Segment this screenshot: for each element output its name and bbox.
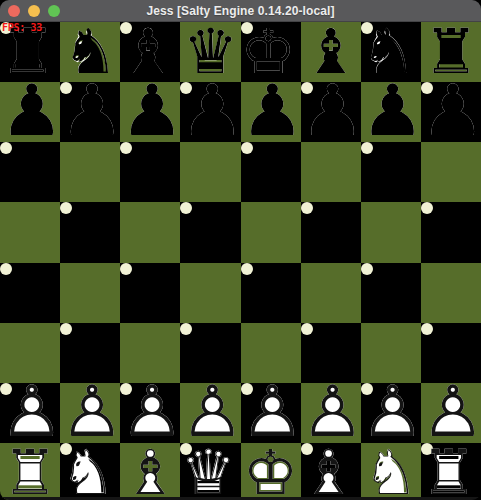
white-rook-outline-icon: ♖ (421, 443, 433, 455)
square-h3[interactable] (421, 323, 433, 335)
black-king-icon: ♚ (241, 22, 253, 34)
piece-white-knight: ♞♘ (361, 443, 421, 500)
black-king-outline-icon: ♔ (241, 22, 253, 34)
black-pawn-outline-icon: ♙ (301, 82, 313, 94)
white-bishop-icon: ♝ (120, 443, 180, 500)
white-pawn-outline-icon: ♙ (60, 383, 120, 443)
square-d8[interactable]: ♕♛ (180, 22, 240, 82)
square-a4[interactable] (0, 263, 12, 275)
window-title: Jess [Salty Engine 0.14.20-local] (0, 4, 481, 18)
piece-white-pawn: ♟♙ (241, 383, 253, 395)
square-d1[interactable]: ♛♕ (180, 443, 192, 455)
square-b4[interactable] (60, 263, 120, 323)
square-f2[interactable]: ♟♙ (301, 383, 361, 443)
square-e1[interactable]: ♚♔ (241, 443, 301, 500)
white-knight-icon: ♞ (60, 443, 72, 455)
square-c5[interactable] (120, 202, 180, 262)
fps-counter: FPS: 33 (2, 22, 42, 33)
square-d3[interactable] (180, 323, 192, 335)
square-g1[interactable]: ♞♘ (361, 443, 421, 500)
square-b2[interactable]: ♟♙ (60, 383, 120, 443)
square-d2[interactable]: ♟♙ (180, 383, 240, 443)
piece-white-pawn: ♟♙ (421, 383, 481, 443)
white-pawn-outline-icon: ♙ (361, 383, 373, 395)
white-knight-icon: ♞ (361, 443, 421, 500)
piece-white-pawn: ♟♙ (120, 383, 132, 395)
square-f8[interactable]: ♗♝ (301, 22, 361, 82)
piece-black-pawn: ♙♟ (60, 82, 72, 94)
square-d7[interactable]: ♙♟ (180, 82, 192, 94)
square-h5[interactable] (421, 202, 433, 214)
white-rook-outline-icon: ♖ (0, 443, 60, 500)
chess-board: ♖♜♘♞♗♝♕♛♔♚♗♝♘♞♖♜♙♟♙♟♙♟♙♟♙♟♙♟♙♟♙♟♟♙♟♙♟♙♟♙… (0, 22, 481, 500)
square-e2[interactable]: ♟♙ (241, 383, 253, 395)
black-pawn-icon: ♟ (180, 82, 192, 94)
app-window: Jess [Salty Engine 0.14.20-local] ♖♜♘♞♗♝… (0, 0, 481, 500)
square-g7[interactable]: ♙♟ (361, 82, 421, 142)
black-pawn-outline-icon: ♙ (60, 82, 72, 94)
piece-black-pawn: ♙♟ (0, 82, 60, 142)
white-pawn-icon: ♟ (301, 383, 361, 443)
piece-white-bishop: ♝♗ (120, 443, 180, 500)
black-pawn-icon: ♟ (301, 82, 313, 94)
piece-black-pawn: ♙♟ (361, 82, 421, 142)
black-bishop-outline-icon: ♗ (120, 22, 132, 34)
black-knight-icon: ♞ (361, 22, 373, 34)
piece-white-queen: ♛♕ (180, 443, 192, 455)
square-e3[interactable] (241, 323, 301, 383)
black-pawn-icon: ♟ (361, 82, 421, 142)
square-h1[interactable]: ♜♖ (421, 443, 433, 455)
square-g8[interactable]: ♘♞ (361, 22, 373, 34)
square-b3[interactable] (60, 323, 72, 335)
white-pawn-icon: ♟ (421, 383, 481, 443)
piece-white-pawn: ♟♙ (301, 383, 361, 443)
piece-white-pawn: ♟♙ (0, 383, 12, 395)
square-a5[interactable] (0, 202, 60, 262)
square-c1[interactable]: ♝♗ (120, 443, 180, 500)
white-pawn-outline-icon: ♙ (180, 383, 240, 443)
square-e8[interactable]: ♔♚ (241, 22, 253, 34)
square-c3[interactable] (120, 323, 180, 383)
black-pawn-outline-icon: ♙ (361, 82, 421, 142)
white-bishop-outline-icon: ♗ (120, 443, 180, 500)
square-c6[interactable] (120, 142, 132, 154)
piece-black-bishop: ♗♝ (120, 22, 132, 34)
square-g3[interactable] (361, 323, 421, 383)
white-pawn-outline-icon: ♙ (0, 383, 12, 395)
piece-white-pawn: ♟♙ (361, 383, 373, 395)
black-knight-outline-icon: ♘ (361, 22, 373, 34)
square-h2[interactable]: ♟♙ (421, 383, 481, 443)
white-pawn-icon: ♟ (60, 383, 120, 443)
piece-black-knight: ♘♞ (361, 22, 373, 34)
white-rook-icon: ♜ (421, 443, 433, 455)
title-bar[interactable]: Jess [Salty Engine 0.14.20-local] (0, 0, 481, 22)
white-pawn-icon: ♟ (241, 383, 253, 395)
square-a7[interactable]: ♙♟ (0, 82, 60, 142)
piece-black-pawn: ♙♟ (241, 82, 301, 142)
white-pawn-outline-icon: ♙ (301, 383, 361, 443)
black-bishop-icon: ♝ (120, 22, 132, 34)
black-knight-icon: ♞ (60, 22, 120, 82)
square-h6[interactable] (421, 142, 481, 202)
square-d6[interactable] (180, 142, 240, 202)
square-f3[interactable] (301, 323, 313, 335)
square-g5[interactable] (361, 202, 421, 262)
square-a1[interactable]: ♜♖ (0, 443, 60, 500)
piece-white-king: ♚♔ (241, 443, 301, 500)
square-g4[interactable] (361, 263, 373, 275)
square-e5[interactable] (241, 202, 301, 262)
square-a2[interactable]: ♟♙ (0, 383, 12, 395)
black-rook-outline-icon: ♖ (421, 22, 481, 82)
black-bishop-outline-icon: ♗ (301, 22, 361, 82)
white-pawn-icon: ♟ (361, 383, 373, 395)
square-b6[interactable] (60, 142, 120, 202)
piece-white-rook: ♜♖ (421, 443, 433, 455)
white-pawn-icon: ♟ (0, 383, 12, 395)
white-bishop-icon: ♝ (301, 443, 313, 455)
piece-black-rook: ♖♜ (421, 22, 481, 82)
piece-white-bishop: ♝♗ (301, 443, 313, 455)
black-pawn-icon: ♟ (120, 82, 180, 142)
square-f5[interactable] (301, 202, 313, 214)
square-c7[interactable]: ♙♟ (120, 82, 180, 142)
black-pawn-outline-icon: ♙ (120, 82, 180, 142)
piece-black-queen: ♕♛ (180, 22, 240, 82)
square-b7[interactable]: ♙♟ (60, 82, 72, 94)
piece-white-knight: ♞♘ (60, 443, 72, 455)
piece-white-pawn: ♟♙ (180, 383, 240, 443)
black-queen-outline-icon: ♕ (180, 22, 240, 82)
piece-white-pawn: ♟♙ (60, 383, 120, 443)
white-pawn-icon: ♟ (180, 383, 240, 443)
square-h8[interactable]: ♖♜ (421, 22, 481, 82)
black-pawn-outline-icon: ♙ (421, 82, 433, 94)
white-king-icon: ♚ (241, 443, 301, 500)
square-f7[interactable]: ♙♟ (301, 82, 313, 94)
square-g2[interactable]: ♟♙ (361, 383, 373, 395)
piece-black-knight: ♘♞ (60, 22, 120, 82)
black-pawn-icon: ♟ (60, 82, 72, 94)
square-b8[interactable]: ♘♞ (60, 22, 120, 82)
black-pawn-icon: ♟ (241, 82, 301, 142)
square-h7[interactable]: ♙♟ (421, 82, 433, 94)
square-e7[interactable]: ♙♟ (241, 82, 301, 142)
piece-black-pawn: ♙♟ (421, 82, 433, 94)
white-knight-outline-icon: ♘ (361, 443, 421, 500)
white-pawn-outline-icon: ♙ (421, 383, 481, 443)
square-d5[interactable] (180, 202, 192, 214)
white-knight-outline-icon: ♘ (60, 443, 72, 455)
white-queen-icon: ♛ (180, 443, 192, 455)
traffic-lights (8, 0, 60, 22)
white-bishop-outline-icon: ♗ (301, 443, 313, 455)
square-e6[interactable] (241, 142, 253, 154)
piece-black-king: ♔♚ (241, 22, 253, 34)
white-queen-outline-icon: ♕ (180, 443, 192, 455)
square-a3[interactable] (0, 323, 60, 383)
square-c8[interactable]: ♗♝ (120, 22, 132, 34)
black-knight-outline-icon: ♘ (60, 22, 120, 82)
black-pawn-outline-icon: ♙ (241, 82, 301, 142)
square-c4[interactable] (120, 263, 132, 275)
white-rook-icon: ♜ (0, 443, 60, 500)
square-f6[interactable] (301, 142, 361, 202)
square-d4[interactable] (180, 263, 240, 323)
black-pawn-outline-icon: ♙ (0, 82, 60, 142)
white-pawn-outline-icon: ♙ (120, 383, 132, 395)
square-a6[interactable] (0, 142, 12, 154)
square-e4[interactable] (241, 263, 253, 275)
piece-black-bishop: ♗♝ (301, 22, 361, 82)
piece-black-pawn: ♙♟ (301, 82, 313, 94)
close-button[interactable] (8, 5, 20, 17)
black-pawn-icon: ♟ (0, 82, 60, 142)
black-rook-icon: ♜ (421, 22, 481, 82)
square-h4[interactable] (421, 263, 481, 323)
black-bishop-icon: ♝ (301, 22, 361, 82)
white-pawn-outline-icon: ♙ (241, 383, 253, 395)
white-king-outline-icon: ♔ (241, 443, 301, 500)
piece-white-rook: ♜♖ (0, 443, 60, 500)
square-b1[interactable]: ♞♘ (60, 443, 72, 455)
square-b5[interactable] (60, 202, 72, 214)
black-pawn-outline-icon: ♙ (180, 82, 192, 94)
square-c2[interactable]: ♟♙ (120, 383, 132, 395)
minimize-button[interactable] (28, 5, 40, 17)
square-f1[interactable]: ♝♗ (301, 443, 313, 455)
square-f4[interactable] (301, 263, 361, 323)
board-area: ♖♜♘♞♗♝♕♛♔♚♗♝♘♞♖♜♙♟♙♟♙♟♙♟♙♟♙♟♙♟♙♟♟♙♟♙♟♙♟♙… (0, 22, 481, 500)
black-pawn-icon: ♟ (421, 82, 433, 94)
white-pawn-icon: ♟ (120, 383, 132, 395)
black-queen-icon: ♛ (180, 22, 240, 82)
piece-black-pawn: ♙♟ (180, 82, 192, 94)
zoom-button[interactable] (48, 5, 60, 17)
square-g6[interactable] (361, 142, 373, 154)
piece-black-pawn: ♙♟ (120, 82, 180, 142)
